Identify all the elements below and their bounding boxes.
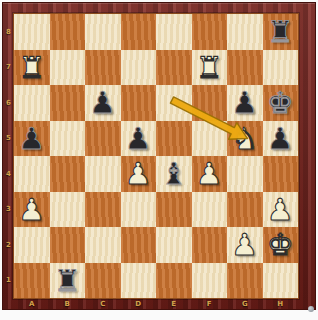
rank-label-7: 7: [3, 50, 14, 86]
square-e5[interactable]: [156, 121, 192, 157]
piece-black-pawn[interactable]: ♟: [18, 121, 45, 156]
file-label-f: F: [192, 298, 228, 309]
square-d7[interactable]: [121, 50, 157, 86]
square-a7[interactable]: ♜: [14, 50, 50, 86]
square-b7[interactable]: [50, 50, 86, 86]
piece-white-pawn[interactable]: ♟: [18, 192, 45, 227]
rank-label-8: 8: [3, 14, 14, 50]
square-g1[interactable]: [227, 263, 263, 299]
file-label-b: B: [50, 298, 86, 309]
square-g6[interactable]: ♟: [227, 85, 263, 121]
square-h1[interactable]: [263, 263, 299, 299]
file-label-d: D: [121, 298, 157, 309]
square-e4[interactable]: ♝: [156, 156, 192, 192]
piece-black-rook[interactable]: ♜: [267, 14, 294, 49]
rank-label-2: 2: [3, 227, 14, 263]
square-d4[interactable]: ♟: [121, 156, 157, 192]
file-labels: ABCDEFGH: [14, 298, 298, 309]
square-f8[interactable]: [192, 14, 228, 50]
square-h3[interactable]: ♟: [263, 192, 299, 228]
square-h4[interactable]: [263, 156, 299, 192]
square-f6[interactable]: [192, 85, 228, 121]
square-c3[interactable]: [85, 192, 121, 228]
square-c4[interactable]: [85, 156, 121, 192]
square-f4[interactable]: ♟: [192, 156, 228, 192]
square-a5[interactable]: ♟: [14, 121, 50, 157]
piece-white-pawn[interactable]: ♟: [125, 156, 152, 191]
square-f5[interactable]: [192, 121, 228, 157]
frame-pin: [308, 306, 314, 312]
board-frame: ♜♜♜♟♟♚♟♟♞♟♟♝♟♟♟♟♚♜ 87654321 ABCDEFGH: [2, 2, 316, 310]
square-e6[interactable]: [156, 85, 192, 121]
square-b6[interactable]: [50, 85, 86, 121]
rank-label-5: 5: [3, 121, 14, 157]
square-e1[interactable]: [156, 263, 192, 299]
square-a2[interactable]: [14, 227, 50, 263]
square-a1[interactable]: [14, 263, 50, 299]
square-a6[interactable]: [14, 85, 50, 121]
piece-white-rook[interactable]: ♜: [18, 50, 45, 85]
square-d2[interactable]: [121, 227, 157, 263]
square-b2[interactable]: [50, 227, 86, 263]
square-h7[interactable]: [263, 50, 299, 86]
square-g7[interactable]: [227, 50, 263, 86]
square-c5[interactable]: [85, 121, 121, 157]
piece-white-pawn[interactable]: ♟: [267, 192, 294, 227]
square-h5[interactable]: ♟: [263, 121, 299, 157]
square-a3[interactable]: ♟: [14, 192, 50, 228]
square-f1[interactable]: [192, 263, 228, 299]
piece-black-rook[interactable]: ♜: [54, 263, 81, 298]
rank-label-6: 6: [3, 85, 14, 121]
square-e2[interactable]: [156, 227, 192, 263]
square-c2[interactable]: [85, 227, 121, 263]
rank-label-3: 3: [3, 192, 14, 228]
square-d3[interactable]: [121, 192, 157, 228]
file-label-a: A: [14, 298, 50, 309]
square-a4[interactable]: [14, 156, 50, 192]
file-label-c: C: [85, 298, 121, 309]
square-h2[interactable]: ♚: [263, 227, 299, 263]
piece-black-king[interactable]: ♚: [267, 85, 294, 120]
piece-black-pawn[interactable]: ♟: [231, 85, 258, 120]
file-label-e: E: [156, 298, 192, 309]
square-e8[interactable]: [156, 14, 192, 50]
square-f2[interactable]: [192, 227, 228, 263]
square-b1[interactable]: ♜: [50, 263, 86, 299]
piece-white-pawn[interactable]: ♟: [196, 156, 223, 191]
square-e7[interactable]: [156, 50, 192, 86]
rank-label-4: 4: [3, 156, 14, 192]
square-c1[interactable]: [85, 263, 121, 299]
square-c8[interactable]: [85, 14, 121, 50]
piece-black-bishop[interactable]: ♝: [160, 156, 187, 191]
square-f3[interactable]: [192, 192, 228, 228]
square-c6[interactable]: ♟: [85, 85, 121, 121]
square-g4[interactable]: [227, 156, 263, 192]
square-d6[interactable]: [121, 85, 157, 121]
square-g5[interactable]: ♞: [227, 121, 263, 157]
piece-white-king[interactable]: ♚: [267, 227, 294, 262]
chess-diagram: ♜♜♜♟♟♚♟♟♞♟♟♝♟♟♟♟♚♜ 87654321 ABCDEFGH: [0, 0, 318, 320]
square-h8[interactable]: ♜: [263, 14, 299, 50]
square-b8[interactable]: [50, 14, 86, 50]
piece-white-pawn[interactable]: ♟: [231, 227, 258, 262]
rank-labels: 87654321: [3, 14, 14, 298]
board: ♜♜♜♟♟♚♟♟♞♟♟♝♟♟♟♟♚♜: [14, 14, 298, 298]
square-b4[interactable]: [50, 156, 86, 192]
square-b5[interactable]: [50, 121, 86, 157]
rank-label-1: 1: [3, 263, 14, 299]
square-g8[interactable]: [227, 14, 263, 50]
piece-black-pawn[interactable]: ♟: [125, 121, 152, 156]
square-a8[interactable]: [14, 14, 50, 50]
square-f7[interactable]: ♜: [192, 50, 228, 86]
file-label-g: G: [227, 298, 263, 309]
square-c7[interactable]: [85, 50, 121, 86]
piece-white-rook[interactable]: ♜: [196, 50, 223, 85]
square-d5[interactable]: ♟: [121, 121, 157, 157]
square-d8[interactable]: [121, 14, 157, 50]
square-e3[interactable]: [156, 192, 192, 228]
piece-black-pawn[interactable]: ♟: [89, 85, 116, 120]
square-b3[interactable]: [50, 192, 86, 228]
square-d1[interactable]: [121, 263, 157, 299]
square-g3[interactable]: [227, 192, 263, 228]
square-g2[interactable]: ♟: [227, 227, 263, 263]
piece-black-pawn[interactable]: ♟: [267, 121, 294, 156]
file-label-h: H: [263, 298, 299, 309]
piece-white-knight[interactable]: ♞: [231, 121, 258, 156]
square-h6[interactable]: ♚: [263, 85, 299, 121]
